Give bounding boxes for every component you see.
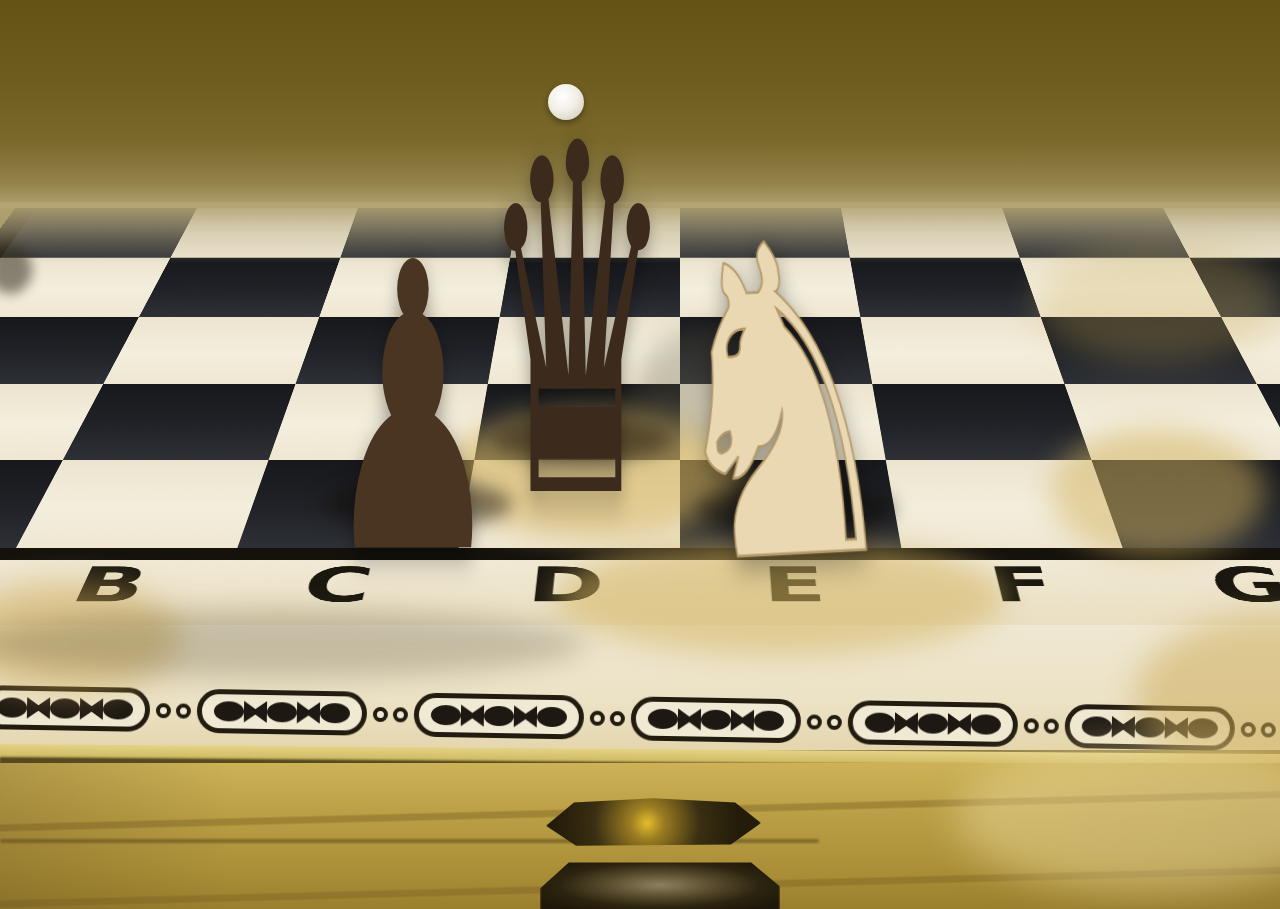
band-almond-motif — [701, 710, 731, 731]
band-bowtie-motif — [948, 713, 972, 735]
band-link-rings — [1241, 722, 1276, 738]
band-cartouche — [0, 685, 150, 732]
band-bowtie-motif — [27, 697, 51, 719]
band-almond-motif — [971, 714, 1001, 735]
band-bowtie-motif — [297, 702, 321, 724]
band-ring — [1024, 718, 1039, 733]
band-cartouche — [414, 693, 585, 740]
square-g1[interactable] — [1091, 460, 1280, 548]
band-ring — [373, 706, 388, 721]
square-g3[interactable] — [1041, 317, 1257, 384]
band-bowtie-motif — [894, 712, 918, 734]
band-almond-motif — [918, 713, 948, 734]
band-almond-motif — [537, 707, 567, 728]
band-link-rings — [590, 710, 625, 726]
band-almond-motif — [648, 709, 678, 730]
band-cartouche — [1064, 704, 1235, 751]
band-almond-motif — [320, 703, 350, 724]
band-bowtie-motif — [460, 704, 484, 726]
box-clasp — [540, 857, 780, 909]
band-link-rings — [1024, 718, 1059, 734]
band-almond-motif — [214, 701, 244, 722]
band-ring — [1044, 718, 1059, 733]
chess-photo-scene: ABCDEFGH ♟♛♞ — [0, 0, 1280, 909]
band-almond-motif — [484, 706, 514, 727]
band-ring — [1261, 722, 1276, 737]
band-cartouche — [197, 689, 368, 736]
square-f1[interactable] — [886, 460, 1123, 548]
band-almond-motif — [754, 711, 784, 732]
band-ring — [176, 703, 191, 718]
band-bowtie-motif — [731, 709, 755, 731]
band-ring — [807, 714, 822, 729]
band-bowtie-motif — [1111, 716, 1135, 738]
square-g2[interactable] — [1064, 384, 1280, 460]
box-hinge-plate — [546, 796, 761, 850]
queen-finial-ball — [548, 84, 584, 120]
band-cartouche — [631, 696, 802, 743]
file-label-b: B — [0, 560, 216, 625]
square-b4[interactable] — [139, 258, 340, 317]
band-bowtie-motif — [514, 705, 538, 727]
band-almond-motif — [50, 698, 80, 719]
band-bowtie-motif — [80, 698, 104, 720]
band-almond-motif — [1082, 716, 1112, 737]
band-ring — [827, 714, 842, 729]
band-link-rings — [156, 703, 191, 719]
square-b3[interactable] — [103, 317, 319, 384]
band-almond-motif — [103, 699, 133, 720]
black-queen-d2[interactable]: ♛ — [480, 84, 674, 566]
square-b2[interactable] — [63, 384, 296, 460]
band-ring — [393, 707, 408, 722]
band-link-rings — [807, 714, 842, 730]
square-g4[interactable] — [1020, 258, 1221, 317]
band-ring — [156, 703, 171, 718]
file-label-g: G — [1144, 560, 1280, 625]
band-almond-motif — [1188, 718, 1218, 739]
band-link-rings — [373, 706, 408, 722]
band-cartouche — [847, 700, 1018, 747]
band-ring — [590, 710, 605, 725]
band-almond-motif — [865, 712, 895, 733]
white-knight-e1[interactable]: ♞ — [648, 185, 914, 626]
band-almond-motif — [431, 705, 461, 726]
band-bowtie-motif — [677, 708, 701, 730]
black-pawn-c1[interactable]: ♟ — [324, 213, 502, 609]
band-ring — [610, 710, 625, 725]
band-ring — [1241, 722, 1256, 737]
band-almond-motif — [267, 702, 297, 723]
band-almond-motif — [0, 697, 27, 718]
band-bowtie-motif — [1164, 717, 1188, 739]
band-almond-motif — [1135, 717, 1165, 738]
file-label-f: F — [920, 560, 1132, 625]
band-bowtie-motif — [243, 701, 267, 723]
